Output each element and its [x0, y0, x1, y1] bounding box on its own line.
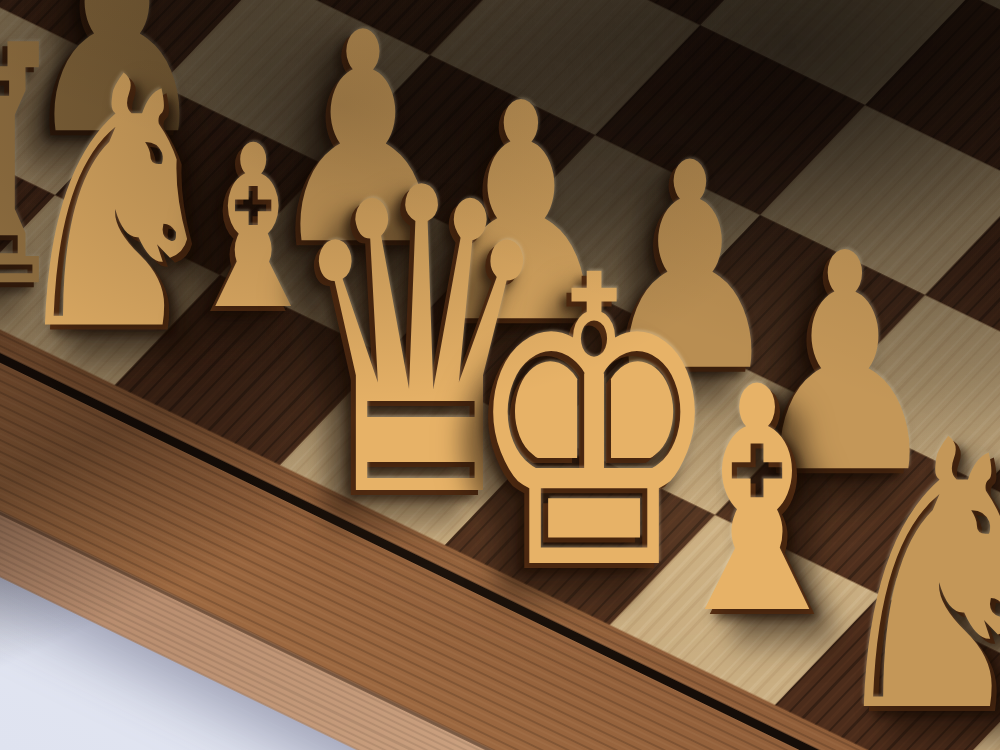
photo-canvas: ♜♟♟♟♟♟♞♝♛♚♝♞ — [0, 0, 1000, 750]
white-knight-g1: ♞ — [821, 393, 1000, 750]
pieces-layer: ♜♟♟♟♟♟♞♝♛♚♝♞ — [0, 0, 1000, 750]
